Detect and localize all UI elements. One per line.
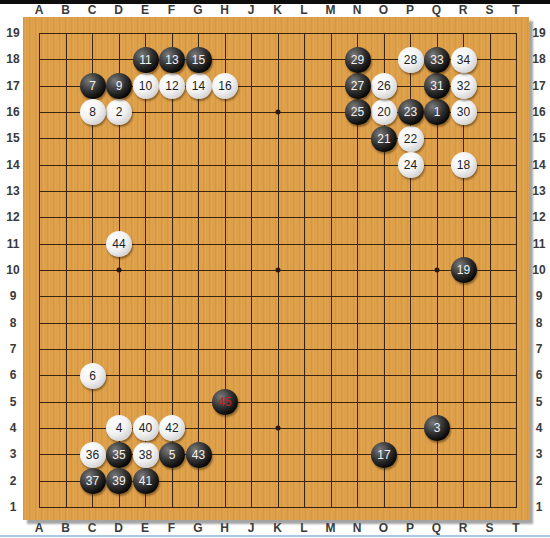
stone-white-12-F17[interactable]: 12 (159, 73, 185, 99)
stone-black-43-G3[interactable]: 43 (186, 442, 212, 468)
grid-line-horizontal-5 (39, 402, 517, 403)
stone-black-27-N17[interactable]: 27 (345, 73, 371, 99)
stone-white-38-E3[interactable]: 38 (133, 442, 159, 468)
row-label-left-8: 8 (10, 317, 17, 329)
row-label-left-3: 3 (10, 448, 17, 460)
bottom-divider-rule (0, 535, 550, 537)
col-label-top-F: F (168, 4, 175, 16)
col-label-top-D: D (114, 4, 123, 16)
row-label-right-12: 12 (532, 211, 545, 223)
row-label-right-5: 5 (536, 396, 543, 408)
stone-black-7-C17[interactable]: 7 (80, 73, 106, 99)
col-label-top-P: P (406, 4, 414, 16)
col-label-top-E: E (141, 4, 149, 16)
star-point-D10 (117, 268, 122, 273)
col-label-bottom-F: F (168, 522, 175, 534)
col-label-top-J: J (248, 4, 255, 16)
row-label-right-3: 3 (536, 448, 543, 460)
stone-black-39-D2[interactable]: 39 (106, 468, 132, 494)
stone-white-32-R17[interactable]: 32 (451, 73, 477, 99)
stone-black-23-P16[interactable]: 23 (398, 99, 424, 125)
col-label-top-Q: Q (432, 4, 441, 16)
grid-line-vertical-M (331, 33, 332, 508)
col-label-top-N: N (353, 4, 362, 16)
col-label-bottom-O: O (379, 522, 388, 534)
col-label-top-H: H (220, 4, 229, 16)
col-label-top-O: O (379, 4, 388, 16)
col-label-bottom-K: K (273, 522, 282, 534)
stone-black-35-D3[interactable]: 35 (106, 442, 132, 468)
stone-white-44-D11[interactable]: 44 (106, 231, 132, 257)
col-label-bottom-H: H (220, 522, 229, 534)
row-label-right-17: 17 (532, 80, 545, 92)
stone-white-18-R14[interactable]: 18 (451, 152, 477, 178)
stone-white-16-H17[interactable]: 16 (212, 73, 238, 99)
row-label-left-15: 15 (6, 132, 19, 144)
row-label-left-6: 6 (10, 369, 17, 381)
stone-white-30-R16[interactable]: 30 (451, 99, 477, 125)
row-label-right-1: 1 (536, 501, 543, 513)
go-diagram-page: ABCDEFGHJKLMNOPQRST ABCDEFGHJKLMNOPQRST … (0, 0, 550, 538)
col-label-top-R: R (459, 4, 468, 16)
stone-black-9-D17[interactable]: 9 (106, 73, 132, 99)
stone-white-22-P15[interactable]: 22 (398, 126, 424, 152)
stone-black-31-Q17[interactable]: 31 (424, 73, 450, 99)
col-label-bottom-E: E (141, 522, 149, 534)
col-label-bottom-Q: Q (432, 522, 441, 534)
row-label-left-10: 10 (6, 264, 19, 276)
col-label-bottom-C: C (88, 522, 97, 534)
stone-black-19-R10[interactable]: 19 (451, 257, 477, 283)
grid-line-vertical-T (516, 33, 517, 508)
star-point-K10 (276, 268, 281, 273)
grid-line-horizontal-7 (39, 349, 517, 350)
star-point-K4 (276, 426, 281, 431)
stone-white-20-O16[interactable]: 20 (371, 99, 397, 125)
row-label-left-11: 11 (7, 238, 20, 250)
col-label-bottom-T: T (512, 522, 519, 534)
col-label-bottom-L: L (300, 522, 307, 534)
stone-white-2-D16[interactable]: 2 (106, 99, 132, 125)
row-label-right-6: 6 (536, 369, 543, 381)
stone-white-24-P14[interactable]: 24 (398, 152, 424, 178)
row-label-right-15: 15 (532, 132, 545, 144)
col-label-top-S: S (485, 4, 493, 16)
row-label-left-4: 4 (10, 422, 17, 434)
row-label-right-11: 11 (533, 238, 546, 250)
col-label-bottom-S: S (485, 522, 493, 534)
row-label-left-16: 16 (6, 106, 19, 118)
stone-white-42-F4[interactable]: 42 (159, 415, 185, 441)
row-label-right-2: 2 (536, 475, 543, 487)
row-label-left-13: 13 (6, 185, 19, 197)
stone-black-17-O3[interactable]: 17 (371, 442, 397, 468)
stone-black-3-Q4[interactable]: 3 (424, 415, 450, 441)
stone-black-1-Q16[interactable]: 1 (424, 99, 450, 125)
col-label-bottom-B: B (61, 522, 70, 534)
stone-white-6-C6[interactable]: 6 (80, 363, 106, 389)
row-label-right-13: 13 (532, 185, 545, 197)
row-label-left-12: 12 (6, 211, 19, 223)
stone-white-40-E4[interactable]: 40 (133, 415, 159, 441)
stone-black-41-E2[interactable]: 41 (133, 468, 159, 494)
stone-black-5-F3[interactable]: 5 (159, 442, 185, 468)
col-label-bottom-P: P (406, 522, 414, 534)
row-label-right-8: 8 (536, 317, 543, 329)
col-label-bottom-N: N (353, 522, 362, 534)
stone-black-21-O15[interactable]: 21 (371, 126, 397, 152)
row-label-right-19: 19 (532, 27, 545, 39)
col-label-top-T: T (512, 4, 519, 16)
stone-black-11-E18[interactable]: 11 (133, 47, 159, 73)
row-label-left-5: 5 (10, 396, 17, 408)
col-label-top-G: G (193, 4, 202, 16)
col-label-top-A: A (35, 4, 44, 16)
row-label-right-7: 7 (536, 343, 543, 355)
grid-line-horizontal-1 (39, 507, 517, 508)
stone-white-14-G17[interactable]: 14 (186, 73, 212, 99)
col-label-top-M: M (326, 4, 336, 16)
stone-white-10-E17[interactable]: 10 (133, 73, 159, 99)
row-label-left-14: 14 (6, 159, 19, 171)
stone-white-34-R18[interactable]: 34 (451, 47, 477, 73)
row-label-left-19: 19 (6, 27, 19, 39)
col-label-bottom-G: G (193, 522, 202, 534)
row-label-right-9: 9 (536, 290, 543, 302)
col-label-bottom-J: J (248, 522, 255, 534)
stone-white-28-P18[interactable]: 28 (398, 47, 424, 73)
row-label-right-18: 18 (532, 53, 545, 65)
row-label-right-16: 16 (532, 106, 545, 118)
col-label-bottom-R: R (459, 522, 468, 534)
col-label-bottom-A: A (35, 522, 44, 534)
stone-white-8-C16[interactable]: 8 (80, 99, 106, 125)
col-label-bottom-D: D (114, 522, 123, 534)
row-label-left-7: 7 (10, 343, 17, 355)
col-label-top-L: L (300, 4, 307, 16)
row-label-right-4: 4 (536, 422, 543, 434)
row-label-right-10: 10 (532, 264, 545, 276)
col-label-top-K: K (273, 4, 282, 16)
col-label-top-B: B (61, 4, 70, 16)
grid-line-vertical-L (304, 33, 305, 508)
stone-white-26-O17[interactable]: 26 (371, 73, 397, 99)
stone-black-37-C2[interactable]: 37 (80, 468, 106, 494)
col-label-top-C: C (88, 4, 97, 16)
grid-line-horizontal-9 (39, 296, 517, 297)
grid-line-vertical-S (490, 33, 491, 508)
go-board[interactable]: 1234567891011121314151617181920212223242… (23, 17, 529, 520)
stone-white-36-C3[interactable]: 36 (80, 442, 106, 468)
grid-line-horizontal-8 (39, 323, 517, 324)
stone-black-33-Q18[interactable]: 33 (424, 47, 450, 73)
stone-black-45-H5[interactable]: 45 (212, 389, 238, 415)
star-point-K16 (276, 110, 281, 115)
stone-black-13-F18[interactable]: 13 (159, 47, 185, 73)
row-label-left-9: 9 (10, 290, 17, 302)
grid-line-horizontal-6 (39, 375, 517, 376)
col-label-bottom-M: M (326, 522, 336, 534)
star-point-Q10 (435, 268, 440, 273)
row-label-left-2: 2 (10, 475, 17, 487)
row-label-right-14: 14 (532, 159, 545, 171)
stone-black-29-N18[interactable]: 29 (345, 47, 371, 73)
row-label-left-1: 1 (10, 501, 17, 513)
stone-black-15-G18[interactable]: 15 (186, 47, 212, 73)
stone-white-4-D4[interactable]: 4 (106, 415, 132, 441)
row-label-left-17: 17 (6, 80, 19, 92)
row-label-left-18: 18 (6, 53, 19, 65)
stone-black-25-N16[interactable]: 25 (345, 99, 371, 125)
